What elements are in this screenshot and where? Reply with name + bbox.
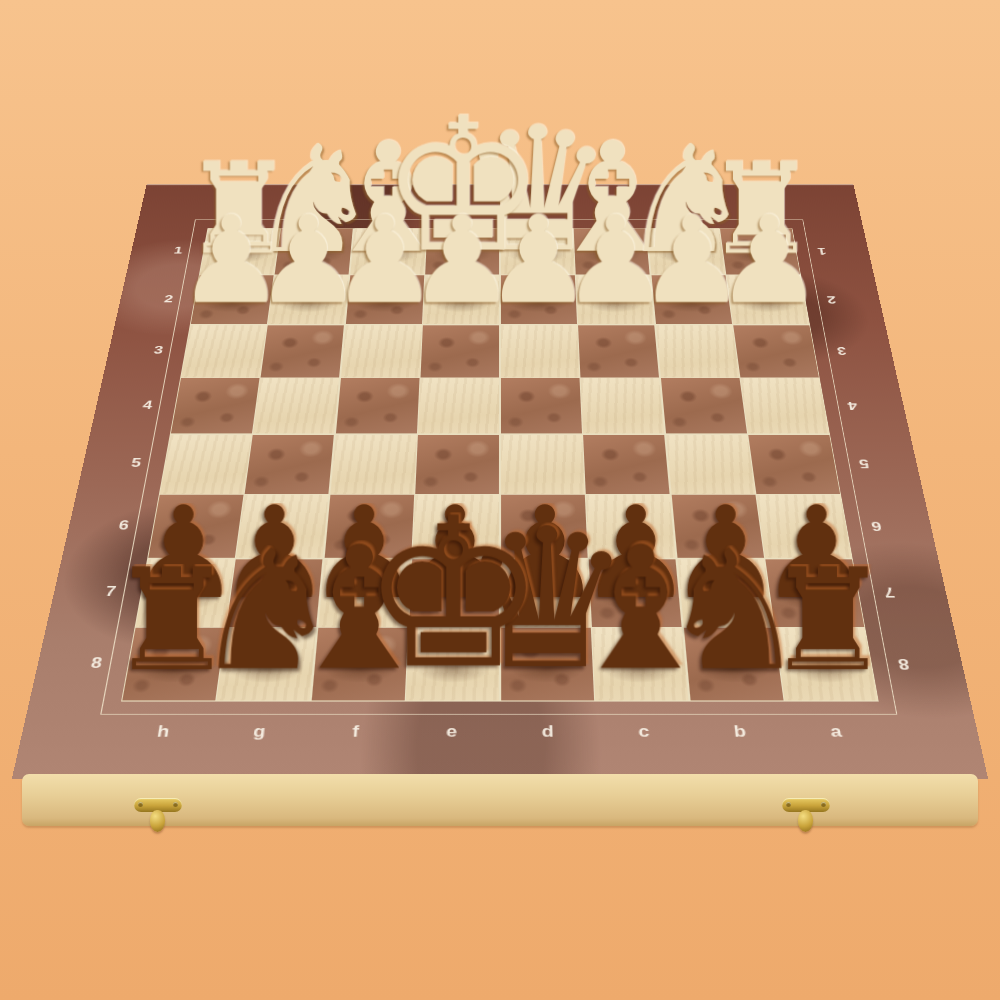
piece-black-knight[interactable]: ♞	[192, 544, 341, 677]
file-label-h: h	[144, 722, 182, 741]
brass-knob-right	[798, 810, 813, 832]
screw-icon	[821, 802, 826, 807]
square-d3[interactable]	[501, 325, 580, 377]
square-g8[interactable]: ♞	[217, 628, 317, 701]
square-f3[interactable]	[341, 325, 422, 377]
screw-icon	[138, 802, 143, 807]
file-label-d: d	[530, 722, 565, 741]
board-front-edge	[22, 774, 978, 826]
square-h4[interactable]	[171, 378, 260, 433]
square-e8[interactable]: ♚	[406, 628, 499, 701]
square-c3[interactable]	[578, 325, 659, 377]
square-b8[interactable]: ♞	[684, 628, 784, 701]
file-label-f: f	[337, 722, 373, 741]
brass-knob-left	[150, 810, 165, 832]
square-d4[interactable]	[501, 378, 582, 433]
file-label-g: g	[241, 722, 278, 741]
rank-label-left-4: 4	[131, 398, 163, 412]
square-e3[interactable]	[421, 325, 500, 377]
square-a2[interactable]: ♟	[727, 275, 810, 324]
square-b3[interactable]	[656, 325, 739, 377]
file-label-c: c	[626, 722, 662, 741]
square-g3[interactable]	[261, 325, 344, 377]
chess-board: ♜♞♝♚♛♝♞♜♟♟♟♟♟♟♟♟♟♟♟♟♟♟♟♟♜♞♝♚♛♝♞♜11223344…	[12, 184, 988, 779]
file-label-b: b	[722, 722, 759, 741]
piece-black-knight[interactable]: ♞	[660, 544, 809, 677]
rank-label-right-4: 4	[836, 398, 868, 412]
square-e4[interactable]	[418, 378, 499, 433]
file-label-e: e	[434, 722, 469, 741]
square-b4[interactable]	[661, 378, 747, 433]
square-a4[interactable]	[741, 378, 830, 433]
piece-white-pawn[interactable]: ♟	[715, 211, 824, 308]
rank-label-right-3: 3	[826, 344, 857, 357]
square-a3[interactable]	[733, 325, 819, 377]
file-label-a: a	[817, 722, 855, 741]
rank-label-right-5: 5	[847, 456, 880, 471]
screw-icon	[786, 802, 791, 807]
square-g4[interactable]	[253, 378, 339, 433]
piece-black-king[interactable]: ♚	[361, 512, 546, 677]
square-f4[interactable]	[336, 378, 420, 433]
screw-icon	[173, 802, 178, 807]
photo-background: ♜♞♝♚♛♝♞♜♟♟♟♟♟♟♟♟♟♟♟♟♟♟♟♟♜♞♝♚♛♝♞♜11223344…	[0, 0, 1000, 1000]
square-c4[interactable]	[581, 378, 665, 433]
square-h3[interactable]	[181, 325, 267, 377]
